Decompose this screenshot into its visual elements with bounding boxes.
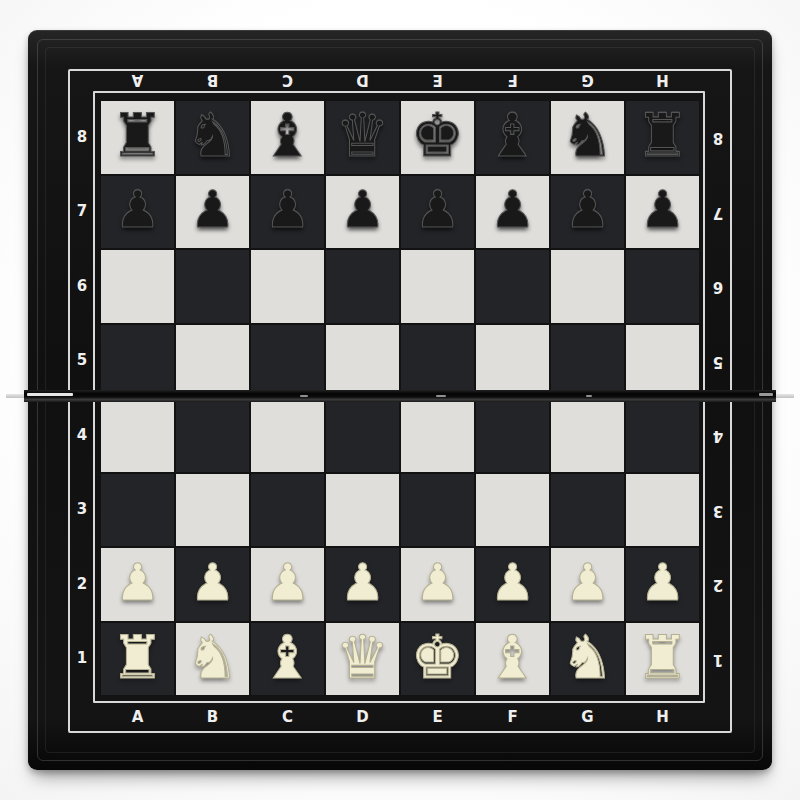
white-bishop-c1: ♝ (261, 627, 315, 687)
white-king-e1: ♚ (411, 627, 465, 687)
square-e2[interactable]: ♟ (400, 547, 475, 622)
black-queen-d8: ♛ (336, 105, 390, 165)
white-knight-b1: ♞ (186, 627, 240, 687)
square-h4[interactable] (625, 398, 700, 473)
white-rook-h1: ♜ (636, 627, 690, 687)
square-b2[interactable]: ♟ (175, 547, 250, 622)
square-c8[interactable]: ♝ (250, 100, 325, 175)
square-h6[interactable] (625, 249, 700, 324)
square-a7[interactable]: ♟ (100, 175, 175, 250)
square-e6[interactable] (400, 249, 475, 324)
black-knight-b8: ♞ (186, 105, 240, 165)
black-pawn-g7: ♟ (565, 184, 611, 235)
chess-set-photo: ABCDEFGH ABCDEFGH 87654321 87654321 ♜♞♝♛… (0, 0, 800, 800)
square-a6[interactable] (100, 249, 175, 324)
white-bishop-f1: ♝ (486, 627, 540, 687)
square-e8[interactable]: ♚ (400, 100, 475, 175)
square-f4[interactable] (475, 398, 550, 473)
square-g8[interactable]: ♞ (550, 100, 625, 175)
square-g5[interactable] (550, 324, 625, 399)
square-b3[interactable] (175, 473, 250, 548)
black-pawn-h7: ♟ (640, 184, 686, 235)
square-a4[interactable] (100, 398, 175, 473)
file-labels-top: ABCDEFGH (100, 69, 700, 90)
black-king-e8: ♚ (411, 105, 465, 165)
file-label-b: B (175, 704, 250, 730)
square-d8[interactable]: ♛ (325, 100, 400, 175)
square-g1[interactable]: ♞ (550, 622, 625, 697)
rank-labels-left: 87654321 (69, 100, 95, 696)
black-pawn-d7: ♟ (340, 184, 386, 235)
file-label-c: C (250, 69, 325, 90)
rank-label-7: 7 (69, 175, 95, 250)
square-b8[interactable]: ♞ (175, 100, 250, 175)
black-pawn-a7: ♟ (115, 184, 161, 235)
square-h2[interactable]: ♟ (625, 547, 700, 622)
file-labels-bottom: ABCDEFGH (100, 704, 700, 730)
square-e4[interactable] (400, 398, 475, 473)
black-rook-h8: ♜ (636, 105, 690, 165)
square-a5[interactable] (100, 324, 175, 399)
file-label-f: F (475, 704, 550, 730)
square-a1[interactable]: ♜ (100, 622, 175, 697)
white-rook-a1: ♜ (111, 627, 165, 687)
rank-label-2: 2 (69, 547, 95, 622)
white-pawn-f2: ♟ (490, 557, 536, 608)
square-e3[interactable] (400, 473, 475, 548)
square-f7[interactable]: ♟ (475, 175, 550, 250)
black-pawn-b7: ♟ (190, 184, 236, 235)
file-label-e: E (400, 704, 475, 730)
square-b6[interactable] (175, 249, 250, 324)
white-pawn-e2: ♟ (415, 557, 461, 608)
rank-label-7: 7 (705, 175, 731, 250)
rank-label-8: 8 (69, 100, 95, 175)
square-f8[interactable]: ♝ (475, 100, 550, 175)
rank-label-6: 6 (705, 249, 731, 324)
black-rook-a8: ♜ (111, 105, 165, 165)
square-c2[interactable]: ♟ (250, 547, 325, 622)
file-label-e: E (400, 69, 475, 90)
square-h5[interactable] (625, 324, 700, 399)
white-pawn-c2: ♟ (265, 557, 311, 608)
white-pawn-g2: ♟ (565, 557, 611, 608)
square-a3[interactable] (100, 473, 175, 548)
white-queen-d1: ♛ (336, 627, 390, 687)
rank-label-5: 5 (705, 324, 731, 399)
white-pawn-d2: ♟ (340, 557, 386, 608)
square-c5[interactable] (250, 324, 325, 399)
square-c1[interactable]: ♝ (250, 622, 325, 697)
square-e7[interactable]: ♟ (400, 175, 475, 250)
square-b5[interactable] (175, 324, 250, 399)
square-f1[interactable]: ♝ (475, 622, 550, 697)
square-f6[interactable] (475, 249, 550, 324)
square-g2[interactable]: ♟ (550, 547, 625, 622)
square-e5[interactable] (400, 324, 475, 399)
file-label-g: G (550, 69, 625, 90)
square-c6[interactable] (250, 249, 325, 324)
square-d1[interactable]: ♛ (325, 622, 400, 697)
square-g4[interactable] (550, 398, 625, 473)
square-b1[interactable]: ♞ (175, 622, 250, 697)
square-h1[interactable]: ♜ (625, 622, 700, 697)
rank-label-5: 5 (69, 324, 95, 399)
rank-label-3: 3 (69, 473, 95, 548)
square-c3[interactable] (250, 473, 325, 548)
file-label-b: B (175, 69, 250, 90)
square-d6[interactable] (325, 249, 400, 324)
file-label-a: A (100, 69, 175, 90)
file-label-d: D (325, 69, 400, 90)
square-f5[interactable] (475, 324, 550, 399)
black-bishop-f8: ♝ (486, 105, 540, 165)
chess-grid: ♜♞♝♛♚♝♞♜♟♟♟♟♟♟♟♟♟♟♟♟♟♟♟♟♜♞♝♛♚♝♞♜ (100, 100, 700, 696)
white-pawn-b2: ♟ (190, 557, 236, 608)
square-b7[interactable]: ♟ (175, 175, 250, 250)
rank-label-1: 1 (69, 622, 95, 697)
square-c7[interactable]: ♟ (250, 175, 325, 250)
file-label-g: G (550, 704, 625, 730)
black-bishop-c8: ♝ (261, 105, 315, 165)
square-c4[interactable] (250, 398, 325, 473)
white-pawn-h2: ♟ (640, 557, 686, 608)
square-d2[interactable]: ♟ (325, 547, 400, 622)
square-d7[interactable]: ♟ (325, 175, 400, 250)
square-e1[interactable]: ♚ (400, 622, 475, 697)
black-pawn-f7: ♟ (490, 184, 536, 235)
square-h3[interactable] (625, 473, 700, 548)
square-g7[interactable]: ♟ (550, 175, 625, 250)
file-label-c: C (250, 704, 325, 730)
square-b4[interactable] (175, 398, 250, 473)
white-knight-g1: ♞ (561, 627, 615, 687)
square-d4[interactable] (325, 398, 400, 473)
rank-label-8: 8 (705, 100, 731, 175)
rank-labels-right: 87654321 (705, 100, 731, 696)
square-g3[interactable] (550, 473, 625, 548)
square-h8[interactable]: ♜ (625, 100, 700, 175)
file-label-a: A (100, 704, 175, 730)
square-d5[interactable] (325, 324, 400, 399)
square-a8[interactable]: ♜ (100, 100, 175, 175)
black-pawn-e7: ♟ (415, 184, 461, 235)
black-pawn-c7: ♟ (265, 184, 311, 235)
file-label-f: F (475, 69, 550, 90)
file-label-h: H (625, 704, 700, 730)
square-h7[interactable]: ♟ (625, 175, 700, 250)
rank-label-1: 1 (705, 622, 731, 697)
black-knight-g8: ♞ (561, 105, 615, 165)
square-f2[interactable]: ♟ (475, 547, 550, 622)
rank-label-2: 2 (705, 547, 731, 622)
rank-label-6: 6 (69, 249, 95, 324)
seam-page-shadow-left (6, 394, 26, 398)
square-g6[interactable] (550, 249, 625, 324)
seam-page-shadow-right (774, 394, 794, 398)
rank-label-3: 3 (705, 473, 731, 548)
white-pawn-a2: ♟ (115, 557, 161, 608)
file-label-d: D (325, 704, 400, 730)
square-d3[interactable] (325, 473, 400, 548)
square-f3[interactable] (475, 473, 550, 548)
rank-label-4: 4 (69, 398, 95, 473)
square-a2[interactable]: ♟ (100, 547, 175, 622)
rank-label-4: 4 (705, 398, 731, 473)
file-label-h: H (625, 69, 700, 90)
